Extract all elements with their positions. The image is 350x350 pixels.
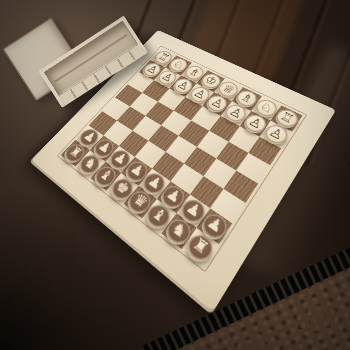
piece-glyph: ♝ bbox=[97, 166, 116, 184]
piece-glyph: ♝ bbox=[149, 205, 170, 226]
piece-glyph: ♞ bbox=[169, 219, 191, 241]
photo-scene: ♖♘♗♔♕♗♘♖♙♙♙♙♙♙♙♙♟♟♟♟♟♟♟♟♜♞♝♚♛♝♞♜ bbox=[0, 0, 350, 350]
piece-glyph: ♙ bbox=[227, 105, 245, 120]
piece-glyph: ♙ bbox=[192, 87, 209, 101]
piece-glyph: ♙ bbox=[246, 115, 265, 131]
piece-glyph: ♙ bbox=[209, 96, 227, 111]
piece-glyph: ♔ bbox=[203, 74, 220, 87]
piece-glyph: ♗ bbox=[238, 91, 256, 106]
piece-glyph: ♟ bbox=[145, 173, 165, 192]
piece-glyph: ♛ bbox=[131, 191, 151, 211]
piece-glyph: ♟ bbox=[164, 186, 184, 206]
box-finger-joints bbox=[60, 45, 144, 105]
piece-glyph: ♜ bbox=[190, 234, 212, 258]
piece-glyph: ♕ bbox=[220, 82, 237, 96]
piece-glyph: ♟ bbox=[183, 199, 204, 220]
piece-glyph: ♟ bbox=[128, 161, 147, 179]
piece-glyph: ♙ bbox=[267, 125, 286, 142]
piece-glyph: ♚ bbox=[113, 178, 132, 197]
piece-glyph: ♟ bbox=[204, 214, 226, 236]
piece-glyph: ♘ bbox=[257, 100, 275, 115]
piece-glyph: ♗ bbox=[186, 66, 202, 79]
piece-glyph: ♖ bbox=[278, 110, 297, 126]
piece-glyph: ♟ bbox=[111, 150, 129, 167]
